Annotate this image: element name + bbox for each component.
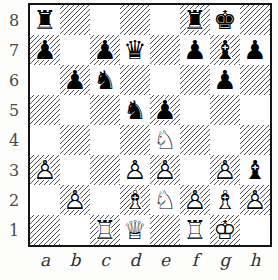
square-g8[interactable]: ♚ — [210, 5, 240, 35]
square-f4[interactable] — [180, 125, 210, 155]
piece-outline-layer: ♙ — [240, 185, 270, 215]
rank-label-2: 2 — [4, 185, 24, 215]
square-e8[interactable] — [150, 5, 180, 35]
rank-labels: 87654321 — [4, 5, 24, 245]
piece-white-rook: ♜♖ — [90, 215, 120, 245]
piece-black-pawn: ♟ — [30, 35, 60, 65]
square-a6[interactable] — [30, 65, 60, 95]
piece-outline-layer: ♘ — [150, 185, 180, 215]
piece-black-pawn: ♟ — [240, 35, 270, 65]
piece-black-king: ♚ — [210, 5, 240, 35]
piece-white-pawn: ♟♙ — [150, 155, 180, 185]
file-label-f: f — [180, 246, 210, 274]
rank-label-3: 3 — [4, 155, 24, 185]
chess-diagram-page: 87654321 ♜♜♚♟♟♛♟♝♟♟♞♟♞♟♞♘♟♙♟♙♟♙♟♙♝♟♙♝♗♞♘… — [0, 0, 278, 280]
piece-outline-layer: ♕ — [120, 215, 150, 245]
square-g5[interactable] — [210, 95, 240, 125]
piece-black-pawn: ♟ — [150, 95, 180, 125]
square-c8[interactable] — [90, 5, 120, 35]
square-h8[interactable] — [240, 5, 270, 35]
piece-white-pawn: ♟♙ — [60, 185, 90, 215]
square-e6[interactable] — [150, 65, 180, 95]
piece-outline-layer: ♖ — [180, 215, 210, 245]
square-h1[interactable] — [240, 215, 270, 245]
piece-black-rook: ♜ — [30, 5, 60, 35]
rank-label-7: 7 — [4, 35, 24, 65]
piece-white-pawn: ♟♙ — [120, 155, 150, 185]
piece-black-knight: ♞ — [120, 95, 150, 125]
square-d7[interactable]: ♛ — [120, 35, 150, 65]
square-c3[interactable] — [90, 155, 120, 185]
square-c2[interactable] — [90, 185, 120, 215]
square-d3[interactable]: ♟♙ — [120, 155, 150, 185]
square-a3[interactable]: ♟♙ — [30, 155, 60, 185]
square-c1[interactable]: ♜♖ — [90, 215, 120, 245]
square-g3[interactable]: ♟♙ — [210, 155, 240, 185]
piece-white-pawn: ♟♙ — [30, 155, 60, 185]
square-h5[interactable] — [240, 95, 270, 125]
square-a7[interactable]: ♟ — [30, 35, 60, 65]
square-a1[interactable] — [30, 215, 60, 245]
piece-outline-layer: ♙ — [120, 155, 150, 185]
square-a4[interactable] — [30, 125, 60, 155]
file-label-a: a — [30, 246, 60, 274]
square-e7[interactable] — [150, 35, 180, 65]
file-label-b: b — [60, 246, 90, 274]
piece-outline-layer: ♘ — [150, 125, 180, 155]
file-label-g: g — [210, 246, 240, 274]
square-a8[interactable]: ♜ — [30, 5, 60, 35]
square-h2[interactable]: ♟♙ — [240, 185, 270, 215]
piece-white-knight: ♞♘ — [150, 185, 180, 215]
square-d2[interactable]: ♝♗ — [120, 185, 150, 215]
piece-black-knight: ♞ — [90, 65, 120, 95]
square-b6[interactable]: ♟ — [60, 65, 90, 95]
file-label-e: e — [150, 246, 180, 274]
square-g1[interactable]: ♚♔ — [210, 215, 240, 245]
file-labels: abcdefgh — [30, 246, 270, 274]
square-f5[interactable] — [180, 95, 210, 125]
rank-label-6: 6 — [4, 65, 24, 95]
piece-black-pawn: ♟ — [60, 65, 90, 95]
piece-outline-layer: ♙ — [150, 155, 180, 185]
file-label-c: c — [90, 246, 120, 274]
piece-white-pawn: ♟♙ — [240, 185, 270, 215]
piece-white-pawn: ♟♙ — [210, 155, 240, 185]
square-e1[interactable] — [150, 215, 180, 245]
square-h3[interactable]: ♝ — [240, 155, 270, 185]
square-f6[interactable] — [180, 65, 210, 95]
piece-black-bishop: ♝ — [240, 155, 270, 185]
square-g7[interactable]: ♝ — [210, 35, 240, 65]
piece-white-king: ♚♔ — [210, 215, 240, 245]
square-c7[interactable]: ♟ — [90, 35, 120, 65]
square-c4[interactable] — [90, 125, 120, 155]
piece-outline-layer: ♙ — [60, 185, 90, 215]
square-b7[interactable] — [60, 35, 90, 65]
square-f8[interactable]: ♜ — [180, 5, 210, 35]
square-b2[interactable]: ♟♙ — [60, 185, 90, 215]
rank-label-5: 5 — [4, 95, 24, 125]
piece-white-knight: ♞♘ — [150, 125, 180, 155]
piece-outline-layer: ♔ — [210, 215, 240, 245]
square-g4[interactable] — [210, 125, 240, 155]
piece-outline-layer: ♗ — [120, 185, 150, 215]
square-d5[interactable]: ♞ — [120, 95, 150, 125]
square-f3[interactable] — [180, 155, 210, 185]
square-f1[interactable]: ♜♖ — [180, 215, 210, 245]
square-e4[interactable]: ♞♘ — [150, 125, 180, 155]
square-b1[interactable] — [60, 215, 90, 245]
square-f2[interactable]: ♟♙ — [180, 185, 210, 215]
rank-label-1: 1 — [4, 215, 24, 245]
square-c5[interactable] — [90, 95, 120, 125]
rank-label-4: 4 — [4, 125, 24, 155]
square-b5[interactable] — [60, 95, 90, 125]
square-a5[interactable] — [30, 95, 60, 125]
square-g2[interactable]: ♝♗ — [210, 185, 240, 215]
square-b4[interactable] — [60, 125, 90, 155]
chess-board: ♜♜♚♟♟♛♟♝♟♟♞♟♞♟♞♘♟♙♟♙♟♙♟♙♝♟♙♝♗♞♘♟♙♝♗♟♙♜♖♛… — [28, 3, 272, 247]
square-h4[interactable] — [240, 125, 270, 155]
piece-outline-layer: ♙ — [180, 185, 210, 215]
square-d4[interactable] — [120, 125, 150, 155]
square-e2[interactable]: ♞♘ — [150, 185, 180, 215]
piece-black-pawn: ♟ — [180, 35, 210, 65]
piece-black-pawn: ♟ — [90, 35, 120, 65]
square-h7[interactable]: ♟ — [240, 35, 270, 65]
piece-outline-layer: ♙ — [210, 155, 240, 185]
square-b3[interactable] — [60, 155, 90, 185]
square-g6[interactable]: ♟ — [210, 65, 240, 95]
piece-white-queen: ♛♕ — [120, 215, 150, 245]
piece-white-rook: ♜♖ — [180, 215, 210, 245]
piece-outline-layer: ♗ — [210, 185, 240, 215]
file-label-d: d — [120, 246, 150, 274]
square-d1[interactable]: ♛♕ — [120, 215, 150, 245]
piece-black-queen: ♛ — [120, 35, 150, 65]
square-e3[interactable]: ♟♙ — [150, 155, 180, 185]
piece-white-pawn: ♟♙ — [180, 185, 210, 215]
piece-black-bishop: ♝ — [210, 35, 240, 65]
piece-outline-layer: ♙ — [30, 155, 60, 185]
rank-label-8: 8 — [4, 5, 24, 35]
square-a2[interactable] — [30, 185, 60, 215]
piece-white-bishop: ♝♗ — [120, 185, 150, 215]
square-h6[interactable] — [240, 65, 270, 95]
piece-outline-layer: ♖ — [90, 215, 120, 245]
square-e5[interactable]: ♟ — [150, 95, 180, 125]
square-d6[interactable] — [120, 65, 150, 95]
square-f7[interactable]: ♟ — [180, 35, 210, 65]
square-c6[interactable]: ♞ — [90, 65, 120, 95]
square-d8[interactable] — [120, 5, 150, 35]
piece-black-rook: ♜ — [180, 5, 210, 35]
file-label-h: h — [240, 246, 270, 274]
piece-black-pawn: ♟ — [210, 65, 240, 95]
piece-white-bishop: ♝♗ — [210, 185, 240, 215]
square-b8[interactable] — [60, 5, 90, 35]
